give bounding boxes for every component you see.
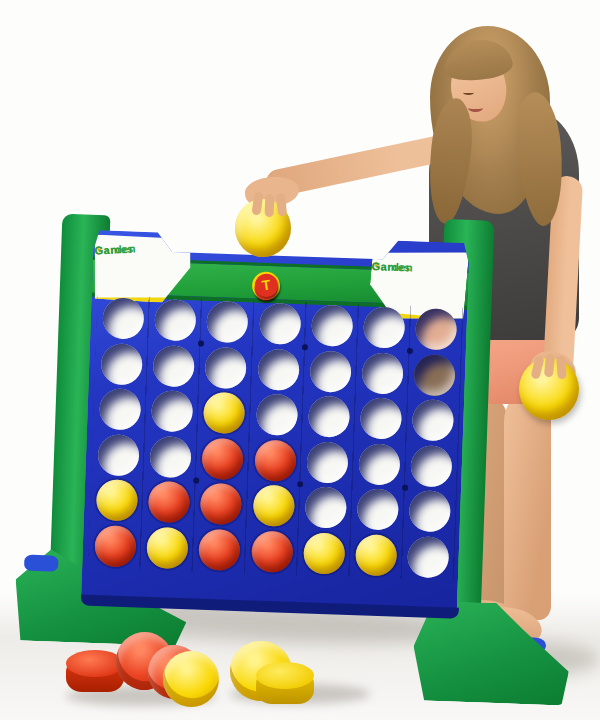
spare-discs-on-floor <box>0 0 600 720</box>
yellow-floor-disc-flat <box>256 662 314 706</box>
disc-top <box>256 662 314 689</box>
scene-giant-connect-four: ☀ Garden Games ☀ Garden Games UP4IT <box>0 0 600 720</box>
